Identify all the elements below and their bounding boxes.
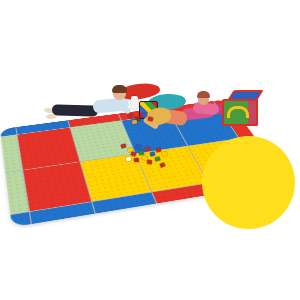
toy-block [145, 147, 150, 151]
cube-side-face [248, 99, 258, 126]
toy-bottle [131, 96, 138, 109]
toy-block [136, 145, 142, 150]
toy-block [128, 114, 133, 118]
product-photo-scene [0, 0, 300, 300]
mat-tile-blue [11, 212, 31, 227]
toy-block [150, 152, 156, 157]
boy-hair [112, 85, 127, 93]
toy-block [139, 151, 144, 156]
toy-block [162, 152, 167, 157]
toy-block [142, 112, 148, 117]
cube-yellow-handle [227, 106, 249, 118]
soft-play-cube [222, 90, 260, 128]
toy-block [147, 160, 153, 165]
yellow-color-swatch [202, 136, 295, 229]
toy-block [156, 148, 162, 153]
boy-legs [52, 104, 98, 117]
girl-back-hair [197, 91, 210, 98]
toy-block [134, 158, 139, 162]
